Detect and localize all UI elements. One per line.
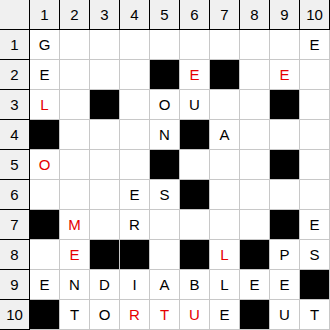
cell-r2-c8[interactable] — [240, 60, 270, 90]
cell-r1-c9[interactable] — [270, 30, 300, 60]
cell-r6-c5[interactable]: S — [150, 180, 180, 210]
row-header-9: 9 — [0, 270, 30, 300]
cell-r8-c10[interactable]: S — [300, 240, 330, 270]
cell-r2-c4[interactable] — [120, 60, 150, 90]
cell-r10-c5[interactable]: T — [150, 300, 180, 330]
cell-r3-c8[interactable] — [240, 90, 270, 120]
cell-r6-c7[interactable] — [210, 180, 240, 210]
cell-r7-c9-block — [270, 210, 300, 240]
cell-r10-c3[interactable]: O — [90, 300, 120, 330]
col-header-7: 7 — [210, 0, 240, 30]
cell-r2-c3[interactable] — [90, 60, 120, 90]
cell-r9-c1[interactable]: E — [30, 270, 60, 300]
cell-r3-c7[interactable] — [210, 90, 240, 120]
cell-r1-c8[interactable] — [240, 30, 270, 60]
cell-r4-c7[interactable]: A — [210, 120, 240, 150]
cell-r2-c9[interactable]: E — [270, 60, 300, 90]
cell-r2-c5-block — [150, 60, 180, 90]
cell-r10-c2[interactable]: T — [60, 300, 90, 330]
cell-r1-c10[interactable]: E — [300, 30, 330, 60]
cell-r3-c1[interactable]: L — [30, 90, 60, 120]
cell-r8-c2[interactable]: E — [60, 240, 90, 270]
cell-r4-c6-block — [180, 120, 210, 150]
col-header-9: 9 — [270, 0, 300, 30]
cell-r5-c2[interactable] — [60, 150, 90, 180]
cell-r7-c10[interactable]: E — [300, 210, 330, 240]
cell-r3-c4[interactable] — [120, 90, 150, 120]
cell-r1-c7[interactable] — [210, 30, 240, 60]
cell-r1-c5[interactable] — [150, 30, 180, 60]
cell-r10-c8-block — [240, 300, 270, 330]
corner-cell — [0, 0, 30, 30]
cell-r9-c4[interactable]: I — [120, 270, 150, 300]
cell-r9-c5[interactable]: A — [150, 270, 180, 300]
cell-r4-c3[interactable] — [90, 120, 120, 150]
cell-r7-c4[interactable]: R — [120, 210, 150, 240]
cell-r4-c9[interactable] — [270, 120, 300, 150]
cell-r3-c6[interactable]: U — [180, 90, 210, 120]
col-header-10: 10 — [300, 0, 330, 30]
cell-r1-c3[interactable] — [90, 30, 120, 60]
col-header-6: 6 — [180, 0, 210, 30]
cell-r1-c6[interactable] — [180, 30, 210, 60]
cell-r2-c1[interactable]: E — [30, 60, 60, 90]
cell-r6-c1[interactable] — [30, 180, 60, 210]
cell-r8-c9[interactable]: P — [270, 240, 300, 270]
cell-r4-c8[interactable] — [240, 120, 270, 150]
cell-r2-c10[interactable] — [300, 60, 330, 90]
row-header-6: 6 — [0, 180, 30, 210]
cell-r9-c3[interactable]: D — [90, 270, 120, 300]
cell-r5-c6[interactable] — [180, 150, 210, 180]
cell-r6-c10[interactable] — [300, 180, 330, 210]
cell-r3-c9-block — [270, 90, 300, 120]
cell-r8-c5[interactable] — [150, 240, 180, 270]
cell-r5-c10[interactable] — [300, 150, 330, 180]
cell-r8-c7[interactable]: L — [210, 240, 240, 270]
cell-r1-c2[interactable] — [60, 30, 90, 60]
cell-r2-c2[interactable] — [60, 60, 90, 90]
cell-r4-c4[interactable] — [120, 120, 150, 150]
row-header-10: 10 — [0, 300, 30, 330]
col-header-4: 4 — [120, 0, 150, 30]
cell-r6-c2[interactable] — [60, 180, 90, 210]
col-header-8: 8 — [240, 0, 270, 30]
cell-r4-c10[interactable] — [300, 120, 330, 150]
cell-r4-c1-block — [30, 120, 60, 150]
cell-r6-c9[interactable] — [270, 180, 300, 210]
cell-r8-c1[interactable] — [30, 240, 60, 270]
row-header-2: 2 — [0, 60, 30, 90]
cell-r7-c3[interactable] — [90, 210, 120, 240]
cell-r10-c9[interactable]: U — [270, 300, 300, 330]
cell-r4-c2[interactable] — [60, 120, 90, 150]
cell-r5-c8[interactable] — [240, 150, 270, 180]
cell-r10-c7[interactable]: E — [210, 300, 240, 330]
cell-r5-c3[interactable] — [90, 150, 120, 180]
cell-r9-c7[interactable]: L — [210, 270, 240, 300]
cell-r4-c5[interactable]: N — [150, 120, 180, 150]
cell-r8-c8-block — [240, 240, 270, 270]
cell-r6-c8[interactable] — [240, 180, 270, 210]
cell-r7-c6[interactable] — [180, 210, 210, 240]
cell-r1-c4[interactable] — [120, 30, 150, 60]
row-header-3: 3 — [0, 90, 30, 120]
cell-r8-c4-block — [120, 240, 150, 270]
cell-r10-c4[interactable]: R — [120, 300, 150, 330]
cell-r10-c1-block — [30, 300, 60, 330]
row-header-8: 8 — [0, 240, 30, 270]
crossword-board: 123456789101GE2EEE3LOU4NA5O6ES7MRE8ELPS9… — [0, 0, 330, 330]
cell-r9-c2[interactable]: N — [60, 270, 90, 300]
col-header-1: 1 — [30, 0, 60, 30]
cell-r10-c6[interactable]: U — [180, 300, 210, 330]
cell-r1-c1[interactable]: G — [30, 30, 60, 60]
col-header-2: 2 — [60, 0, 90, 30]
cell-r9-c8[interactable]: E — [240, 270, 270, 300]
col-header-5: 5 — [150, 0, 180, 30]
cell-r9-c10-block — [300, 270, 330, 300]
row-header-4: 4 — [0, 120, 30, 150]
cell-r5-c7[interactable] — [210, 150, 240, 180]
cell-r3-c2[interactable] — [60, 90, 90, 120]
cell-r3-c3-block — [90, 90, 120, 120]
cell-r7-c5[interactable] — [150, 210, 180, 240]
cell-r7-c2[interactable]: M — [60, 210, 90, 240]
cell-r5-c9-block — [270, 150, 300, 180]
cell-r5-c4[interactable] — [120, 150, 150, 180]
cell-r2-c6[interactable]: E — [180, 60, 210, 90]
cell-r5-c1[interactable]: O — [30, 150, 60, 180]
cell-r6-c4[interactable]: E — [120, 180, 150, 210]
cell-r7-c7[interactable] — [210, 210, 240, 240]
cell-r9-c6[interactable]: B — [180, 270, 210, 300]
cell-r9-c9[interactable]: E — [270, 270, 300, 300]
cell-r3-c10[interactable] — [300, 90, 330, 120]
cell-r7-c1-block — [30, 210, 60, 240]
cell-r6-c6-block — [180, 180, 210, 210]
row-header-1: 1 — [0, 30, 30, 60]
col-header-3: 3 — [90, 0, 120, 30]
cell-r7-c8[interactable] — [240, 210, 270, 240]
cell-r8-c3-block — [90, 240, 120, 270]
row-header-7: 7 — [0, 210, 30, 240]
cell-r10-c10[interactable]: T — [300, 300, 330, 330]
cell-r6-c3[interactable] — [90, 180, 120, 210]
cell-r3-c5[interactable]: O — [150, 90, 180, 120]
cell-r2-c7-block — [210, 60, 240, 90]
cell-r8-c6-block — [180, 240, 210, 270]
cell-r5-c5-block — [150, 150, 180, 180]
row-header-5: 5 — [0, 150, 30, 180]
